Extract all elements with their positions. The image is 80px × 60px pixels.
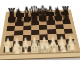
- piece-black-pawn-h7: ♟: [62, 10, 71, 23]
- pieces-layer: ♜♞♝♛♚♝♞♜♟♟♟♟♟♟♟♟♟♟♟♟♟♟♟♟♜♞♝♛♚♝♞♜: [0, 10, 80, 56]
- board-surface: ♜♞♝♛♚♝♞♜♟♟♟♟♟♟♟♟♟♟♟♟♟♟♟♟♜♞♝♛♚♝♞♜: [0, 10, 80, 56]
- chess-board: ♜♞♝♛♚♝♞♜♟♟♟♟♟♟♟♟♟♟♟♟♟♟♟♟♜♞♝♛♚♝♞♜: [0, 0, 80, 55]
- chess-set-photo: ♜♞♝♛♚♝♞♜♟♟♟♟♟♟♟♟♟♟♟♟♟♟♟♟♜♞♝♛♚♝♞♜: [0, 0, 80, 60]
